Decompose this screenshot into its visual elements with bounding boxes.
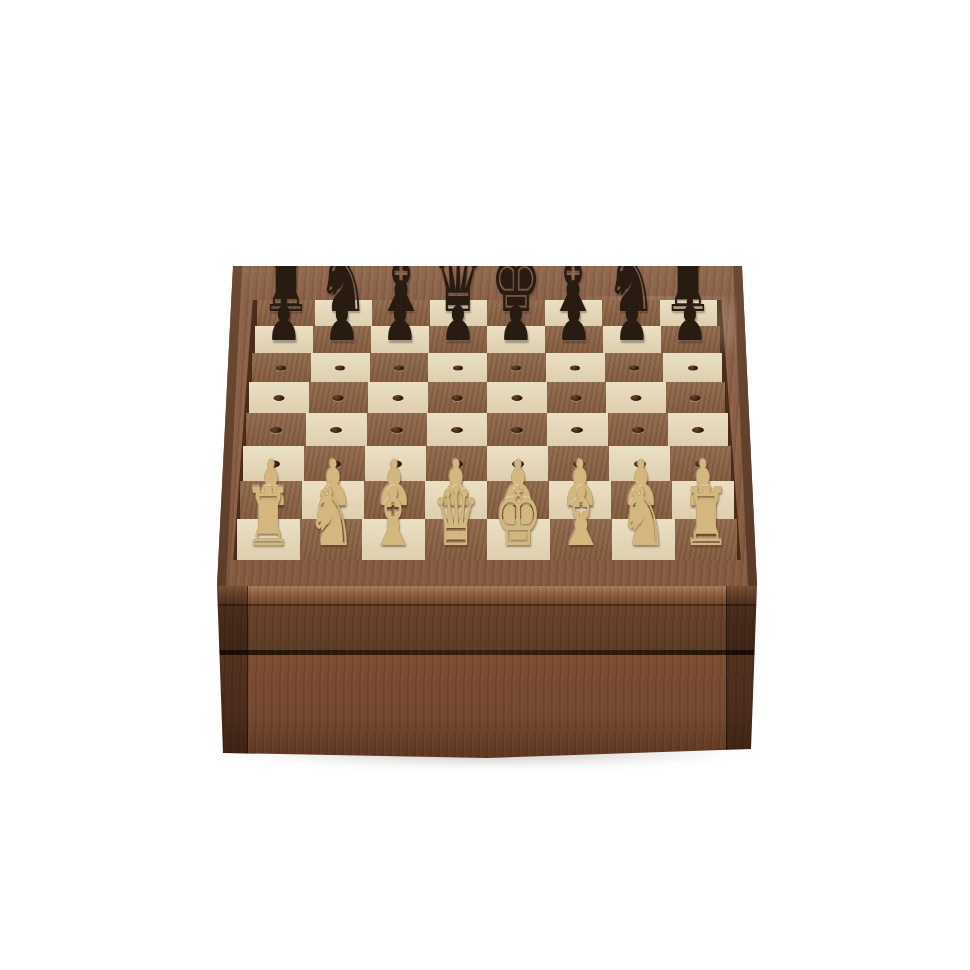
square-a5[interactable] [249,382,309,413]
piece-black-pawn[interactable]: ♟ [266,290,301,349]
square-f6[interactable] [546,353,605,382]
board-row-rank-4 [246,413,728,446]
peg-hole [452,395,463,401]
square-d4[interactable] [427,413,487,446]
square-a1[interactable]: ♜ [237,519,300,560]
square-h5[interactable] [666,382,726,413]
peg-hole [629,365,639,370]
piece-white-rook[interactable]: ♜ [681,477,730,558]
square-g5[interactable] [606,382,666,413]
square-d6[interactable] [428,353,487,382]
board-row-rank-6 [252,353,722,382]
chess-box-front [217,586,757,758]
square-b5[interactable] [309,382,369,413]
piece-black-pawn[interactable]: ♟ [324,290,359,349]
peg-hole [451,427,463,433]
peg-hole [330,427,342,433]
square-h4[interactable] [668,413,728,446]
peg-hole [270,427,282,433]
peg-hole [511,427,523,433]
piece-white-queen[interactable]: ♛ [431,477,480,558]
square-c6[interactable] [370,353,429,382]
peg-hole [688,365,698,370]
square-a4[interactable] [246,413,306,446]
square-b1[interactable]: ♞ [300,519,363,560]
piece-black-pawn[interactable]: ♟ [615,290,650,349]
board-row-rank-5 [249,382,725,413]
peg-hole [571,395,582,401]
photo-scene: ♜♞♝♛♚♝♞♜♟♟♟♟♟♟♟♟♟♟♟♟♟♟♟♟♜♞♝♛♚♝♞♜ [0,0,970,970]
board-row-rank-7: ♟♟♟♟♟♟♟♟ [255,326,720,353]
chess-board: ♜♞♝♛♚♝♞♜♟♟♟♟♟♟♟♟♟♟♟♟♟♟♟♟♜♞♝♛♚♝♞♜ [217,300,757,560]
square-g4[interactable] [608,413,668,446]
square-g7[interactable]: ♟ [603,326,661,353]
piece-black-pawn[interactable]: ♟ [440,290,475,349]
square-d1[interactable]: ♛ [425,519,488,560]
square-a6[interactable] [252,353,311,382]
square-e5[interactable] [487,382,547,413]
piece-black-pawn[interactable]: ♟ [557,290,592,349]
piece-white-rook[interactable]: ♜ [244,477,293,558]
piece-black-pawn[interactable]: ♟ [382,290,417,349]
peg-hole [276,365,286,370]
piece-white-bishop[interactable]: ♝ [369,477,418,558]
piece-black-pawn[interactable]: ♟ [498,290,533,349]
peg-hole [273,395,284,401]
square-g6[interactable] [605,353,664,382]
peg-hole [630,395,641,401]
peg-hole [335,365,345,370]
board-row-rank-1: ♜♞♝♛♚♝♞♜ [237,519,737,560]
square-b7[interactable]: ♟ [313,326,371,353]
square-h1[interactable]: ♜ [675,519,738,560]
piece-white-knight[interactable]: ♞ [619,477,668,558]
square-f5[interactable] [547,382,607,413]
left-corner-post [217,586,248,758]
piece-black-pawn[interactable]: ♟ [673,290,708,349]
square-h7[interactable]: ♟ [661,326,719,353]
square-e7[interactable]: ♟ [487,326,545,353]
square-e6[interactable] [487,353,546,382]
square-c7[interactable]: ♟ [371,326,429,353]
piece-white-bishop[interactable]: ♝ [556,477,605,558]
square-c4[interactable] [367,413,427,446]
peg-hole [511,395,522,401]
peg-hole [333,395,344,401]
peg-hole [632,427,644,433]
peg-hole [511,365,521,370]
square-g1[interactable]: ♞ [612,519,675,560]
square-a7[interactable]: ♟ [255,326,313,353]
peg-hole [394,365,404,370]
chess-box-lid-top: ♜♞♝♛♚♝♞♜♟♟♟♟♟♟♟♟♟♟♟♟♟♟♟♟♜♞♝♛♚♝♞♜ [217,266,757,586]
square-d7[interactable]: ♟ [429,326,487,353]
peg-hole [392,395,403,401]
peg-hole [391,427,403,433]
peg-hole [453,365,463,370]
square-d5[interactable] [428,382,488,413]
wood-grain-overlay [217,586,757,758]
square-e4[interactable] [487,413,547,446]
square-e1[interactable]: ♚ [487,519,550,560]
square-c5[interactable] [368,382,428,413]
piece-white-king[interactable]: ♚ [494,477,543,558]
piece-white-knight[interactable]: ♞ [306,477,355,558]
right-corner-post [726,586,757,758]
peg-hole [571,427,583,433]
square-b6[interactable] [311,353,370,382]
peg-hole [692,427,704,433]
peg-hole [570,365,580,370]
square-f7[interactable]: ♟ [545,326,603,353]
square-f1[interactable]: ♝ [550,519,613,560]
square-h6[interactable] [663,353,722,382]
square-c1[interactable]: ♝ [362,519,425,560]
peg-hole [690,395,701,401]
square-b4[interactable] [306,413,366,446]
square-f4[interactable] [547,413,607,446]
